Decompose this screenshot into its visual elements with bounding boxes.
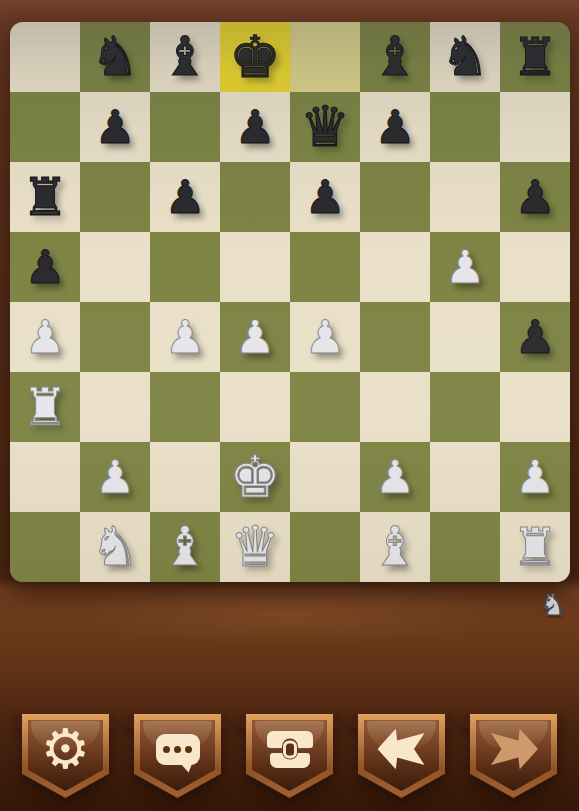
square-a4[interactable]: ♟ — [10, 302, 80, 372]
square-c6[interactable]: ♟ — [150, 162, 220, 232]
settings-button[interactable]: ⚙ — [22, 714, 109, 798]
square-h5[interactable] — [500, 232, 570, 302]
square-h1[interactable]: ♜ — [500, 512, 570, 582]
square-c3[interactable] — [150, 372, 220, 442]
black-pawn-piece[interactable]: ♟ — [514, 174, 555, 220]
square-d6[interactable] — [220, 162, 290, 232]
square-b1[interactable]: ♞ — [80, 512, 150, 582]
white-pawn-piece[interactable]: ♟ — [234, 314, 275, 360]
briefcase-icon — [267, 731, 313, 768]
chess-board: ♞♝♚♝♞♜♟♟♛♟♜♟♟♟♟♟♟♟♟♟♟♜♟♚♟♟♞♝♛♝♜ — [10, 22, 570, 582]
black-bishop-piece[interactable]: ♝ — [161, 30, 209, 84]
black-pawn-piece[interactable]: ♟ — [94, 104, 135, 150]
square-d1[interactable]: ♛ — [220, 512, 290, 582]
square-g5[interactable]: ♟ — [430, 232, 500, 302]
white-bishop-piece[interactable]: ♝ — [161, 520, 209, 574]
square-h2[interactable]: ♟ — [500, 442, 570, 512]
square-f8[interactable]: ♝ — [360, 22, 430, 92]
square-e7[interactable]: ♛ — [290, 92, 360, 162]
square-a1[interactable] — [10, 512, 80, 582]
square-h4[interactable]: ♟ — [500, 302, 570, 372]
square-d4[interactable]: ♟ — [220, 302, 290, 372]
board-grid: ♞♝♚♝♞♜♟♟♛♟♜♟♟♟♟♟♟♟♟♟♟♜♟♚♟♟♞♝♛♝♜ — [10, 22, 570, 582]
square-h3[interactable] — [500, 372, 570, 442]
square-f2[interactable]: ♟ — [360, 442, 430, 512]
white-bishop-piece[interactable]: ♝ — [371, 520, 419, 574]
square-h8[interactable]: ♜ — [500, 22, 570, 92]
square-e4[interactable]: ♟ — [290, 302, 360, 372]
square-c7[interactable] — [150, 92, 220, 162]
white-pawn-piece[interactable]: ♟ — [94, 454, 135, 500]
square-e5[interactable] — [290, 232, 360, 302]
square-f5[interactable] — [360, 232, 430, 302]
black-rook-piece[interactable]: ♜ — [22, 171, 69, 223]
arrow-right-icon — [490, 728, 538, 770]
square-e8[interactable] — [290, 22, 360, 92]
white-pawn-piece[interactable]: ♟ — [444, 244, 485, 290]
square-a6[interactable]: ♜ — [10, 162, 80, 232]
white-pawn-piece[interactable]: ♟ — [24, 314, 65, 360]
square-c2[interactable] — [150, 442, 220, 512]
captured-white-knight-icon: ♞ — [540, 590, 567, 620]
square-f6[interactable] — [360, 162, 430, 232]
black-pawn-piece[interactable]: ♟ — [304, 174, 345, 220]
square-e3[interactable] — [290, 372, 360, 442]
chat-button[interactable] — [134, 714, 221, 798]
white-rook-piece[interactable]: ♜ — [512, 521, 559, 573]
black-king-piece[interactable]: ♚ — [229, 28, 281, 86]
square-g1[interactable] — [430, 512, 500, 582]
square-h7[interactable] — [500, 92, 570, 162]
square-b3[interactable] — [80, 372, 150, 442]
square-b7[interactable]: ♟ — [80, 92, 150, 162]
square-f4[interactable] — [360, 302, 430, 372]
square-b6[interactable] — [80, 162, 150, 232]
square-g3[interactable] — [430, 372, 500, 442]
black-knight-piece[interactable]: ♞ — [91, 30, 139, 84]
square-e1[interactable] — [290, 512, 360, 582]
square-a8[interactable] — [10, 22, 80, 92]
captured-pieces-tray: ♞ — [540, 590, 567, 620]
square-a2[interactable] — [10, 442, 80, 512]
square-d7[interactable]: ♟ — [220, 92, 290, 162]
square-g6[interactable] — [430, 162, 500, 232]
white-rook-piece[interactable]: ♜ — [22, 381, 69, 433]
redo-button[interactable] — [470, 714, 557, 798]
black-pawn-piece[interactable]: ♟ — [234, 104, 275, 150]
items-button[interactable] — [246, 714, 333, 798]
square-b8[interactable]: ♞ — [80, 22, 150, 92]
square-d3[interactable] — [220, 372, 290, 442]
square-g7[interactable] — [430, 92, 500, 162]
square-c4[interactable]: ♟ — [150, 302, 220, 372]
square-f3[interactable] — [360, 372, 430, 442]
square-f1[interactable]: ♝ — [360, 512, 430, 582]
white-knight-piece[interactable]: ♞ — [91, 520, 139, 574]
square-d8[interactable]: ♚ — [220, 22, 290, 92]
square-g8[interactable]: ♞ — [430, 22, 500, 92]
square-b4[interactable] — [80, 302, 150, 372]
square-g4[interactable] — [430, 302, 500, 372]
square-a3[interactable]: ♜ — [10, 372, 80, 442]
white-pawn-piece[interactable]: ♟ — [514, 454, 555, 500]
square-g2[interactable] — [430, 442, 500, 512]
square-b2[interactable]: ♟ — [80, 442, 150, 512]
square-f7[interactable]: ♟ — [360, 92, 430, 162]
square-a7[interactable] — [10, 92, 80, 162]
white-queen-piece[interactable]: ♛ — [230, 519, 280, 575]
gear-icon: ⚙ — [41, 722, 90, 777]
square-b5[interactable] — [80, 232, 150, 302]
black-pawn-piece[interactable]: ♟ — [374, 104, 415, 150]
square-c5[interactable] — [150, 232, 220, 302]
arrow-left-icon — [378, 728, 426, 770]
square-d5[interactable] — [220, 232, 290, 302]
chat-icon — [156, 734, 200, 765]
black-knight-piece[interactable]: ♞ — [441, 30, 489, 84]
square-c1[interactable]: ♝ — [150, 512, 220, 582]
white-pawn-piece[interactable]: ♟ — [164, 314, 205, 360]
white-pawn-piece[interactable]: ♟ — [304, 314, 345, 360]
black-rook-piece[interactable]: ♜ — [512, 31, 559, 83]
square-a5[interactable]: ♟ — [10, 232, 80, 302]
bottom-toolbar: ⚙ — [0, 714, 579, 798]
undo-button[interactable] — [358, 714, 445, 798]
square-e6[interactable]: ♟ — [290, 162, 360, 232]
white-king-piece[interactable]: ♚ — [229, 448, 281, 506]
square-c8[interactable]: ♝ — [150, 22, 220, 92]
white-pawn-piece[interactable]: ♟ — [374, 454, 415, 500]
black-queen-piece[interactable]: ♛ — [300, 99, 350, 155]
square-d2[interactable]: ♚ — [220, 442, 290, 512]
black-pawn-piece[interactable]: ♟ — [514, 314, 555, 360]
black-bishop-piece[interactable]: ♝ — [371, 30, 419, 84]
black-pawn-piece[interactable]: ♟ — [24, 244, 65, 290]
black-pawn-piece[interactable]: ♟ — [164, 174, 205, 220]
square-h6[interactable]: ♟ — [500, 162, 570, 232]
square-e2[interactable] — [290, 442, 360, 512]
